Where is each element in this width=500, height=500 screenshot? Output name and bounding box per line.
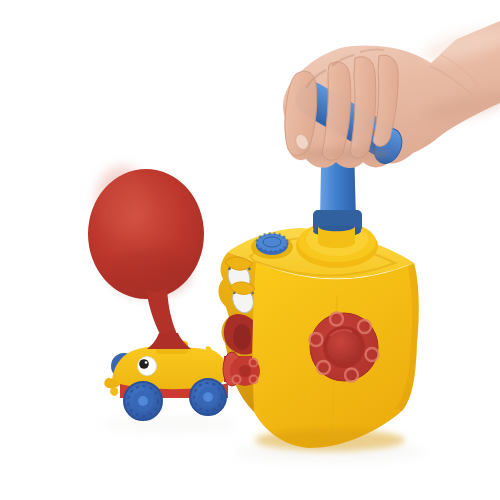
front-dial: [310, 313, 379, 382]
car-eye-glint: [145, 361, 148, 364]
car-wheel-front: [124, 382, 162, 420]
mouth-inner: [233, 324, 251, 350]
car-wheel-rear: [190, 379, 226, 415]
cap-center: [263, 237, 281, 247]
toy-product-photo: [0, 0, 500, 500]
car-eye-pupil: [139, 359, 149, 369]
nozzle-knob-center: [239, 365, 251, 377]
photo-canvas: [0, 0, 500, 500]
wheel-rear-hub: [203, 392, 213, 402]
balloon-highlight: [96, 166, 148, 234]
wheel-front-hub: [138, 396, 148, 406]
car-floor-shadow: [102, 417, 238, 431]
balloon-lower-shading: [110, 248, 190, 296]
fingertip-shadow: [299, 147, 391, 161]
cube-bottom-shading: [255, 429, 405, 451]
